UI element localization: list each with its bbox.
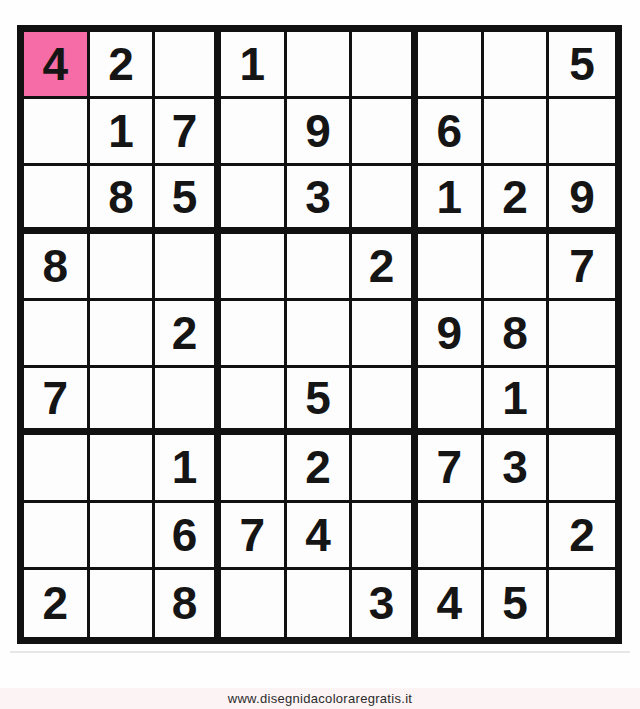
cell-r3c7[interactable]: 1 — [418, 166, 484, 233]
watermark-text: www.disegnidacoloraregratis.it — [228, 691, 413, 706]
cell-r3c8[interactable]: 2 — [484, 166, 550, 233]
cell-r6c9[interactable] — [549, 368, 615, 435]
cell-r5c3[interactable]: 2 — [155, 301, 221, 368]
cell-r9c7[interactable]: 4 — [418, 570, 484, 637]
cell-r6c2[interactable] — [90, 368, 156, 435]
cell-r7c3[interactable]: 1 — [155, 435, 221, 502]
cell-r9c1[interactable]: 2 — [24, 570, 90, 637]
cell-r2c5[interactable]: 9 — [287, 99, 353, 166]
cell-r2c2[interactable]: 1 — [90, 99, 156, 166]
cell-r3c4[interactable] — [221, 166, 287, 233]
cell-r2c7[interactable]: 6 — [418, 99, 484, 166]
cell-r8c3[interactable]: 6 — [155, 503, 221, 570]
cell-r2c3[interactable]: 7 — [155, 99, 221, 166]
cell-r8c6[interactable] — [352, 503, 418, 570]
cell-r8c2[interactable] — [90, 503, 156, 570]
cell-r1c9[interactable]: 5 — [549, 32, 615, 99]
cell-r3c3[interactable]: 5 — [155, 166, 221, 233]
cell-r3c2[interactable]: 8 — [90, 166, 156, 233]
cell-r8c1[interactable] — [24, 503, 90, 570]
cell-r5c8[interactable]: 8 — [484, 301, 550, 368]
cell-r6c4[interactable] — [221, 368, 287, 435]
cell-r7c5[interactable]: 2 — [287, 435, 353, 502]
cell-r9c3[interactable]: 8 — [155, 570, 221, 637]
cell-r4c8[interactable] — [484, 234, 550, 301]
sudoku-board: 421517968531298272987511273674228345 — [17, 25, 622, 644]
cell-r5c1[interactable] — [24, 301, 90, 368]
watermark-band: www.disegnidacoloraregratis.it — [0, 688, 640, 709]
cell-r2c1[interactable] — [24, 99, 90, 166]
cell-r1c8[interactable] — [484, 32, 550, 99]
cell-r5c2[interactable] — [90, 301, 156, 368]
cell-r2c9[interactable] — [549, 99, 615, 166]
cell-r7c4[interactable] — [221, 435, 287, 502]
cell-r3c5[interactable]: 3 — [287, 166, 353, 233]
cell-r4c1[interactable]: 8 — [24, 234, 90, 301]
cell-r5c6[interactable] — [352, 301, 418, 368]
cell-r7c6[interactable] — [352, 435, 418, 502]
cell-r9c2[interactable] — [90, 570, 156, 637]
cell-r7c9[interactable] — [549, 435, 615, 502]
cell-r3c6[interactable] — [352, 166, 418, 233]
cell-r5c7[interactable]: 9 — [418, 301, 484, 368]
cell-r6c8[interactable]: 1 — [484, 368, 550, 435]
cell-r5c9[interactable] — [549, 301, 615, 368]
cell-r9c8[interactable]: 5 — [484, 570, 550, 637]
cell-r4c7[interactable] — [418, 234, 484, 301]
cell-r2c4[interactable] — [221, 99, 287, 166]
cell-r1c1[interactable]: 4 — [24, 32, 90, 99]
cell-r7c1[interactable] — [24, 435, 90, 502]
cell-r3c9[interactable]: 9 — [549, 166, 615, 233]
cell-r6c6[interactable] — [352, 368, 418, 435]
cell-r2c6[interactable] — [352, 99, 418, 166]
cell-r1c7[interactable] — [418, 32, 484, 99]
board-shadow-line — [10, 651, 630, 653]
cell-r4c4[interactable] — [221, 234, 287, 301]
cell-r4c5[interactable] — [287, 234, 353, 301]
cell-r5c4[interactable] — [221, 301, 287, 368]
cell-r9c4[interactable] — [221, 570, 287, 637]
page: 421517968531298272987511273674228345 www… — [0, 0, 640, 709]
cell-r4c6[interactable]: 2 — [352, 234, 418, 301]
cell-r6c7[interactable] — [418, 368, 484, 435]
cell-r1c6[interactable] — [352, 32, 418, 99]
cell-r9c5[interactable] — [287, 570, 353, 637]
cell-r1c3[interactable] — [155, 32, 221, 99]
cell-r2c8[interactable] — [484, 99, 550, 166]
cell-r9c9[interactable] — [549, 570, 615, 637]
cell-r1c2[interactable]: 2 — [90, 32, 156, 99]
cell-r1c5[interactable] — [287, 32, 353, 99]
cell-r4c2[interactable] — [90, 234, 156, 301]
cell-r4c9[interactable]: 7 — [549, 234, 615, 301]
cell-r6c1[interactable]: 7 — [24, 368, 90, 435]
cell-r8c5[interactable]: 4 — [287, 503, 353, 570]
cell-r4c3[interactable] — [155, 234, 221, 301]
cell-r7c2[interactable] — [90, 435, 156, 502]
cell-r7c7[interactable]: 7 — [418, 435, 484, 502]
cell-r1c4[interactable]: 1 — [221, 32, 287, 99]
cell-r6c5[interactable]: 5 — [287, 368, 353, 435]
cell-r3c1[interactable] — [24, 166, 90, 233]
cell-r8c4[interactable]: 7 — [221, 503, 287, 570]
cell-r9c6[interactable]: 3 — [352, 570, 418, 637]
cell-r7c8[interactable]: 3 — [484, 435, 550, 502]
cell-r5c5[interactable] — [287, 301, 353, 368]
cell-r8c7[interactable] — [418, 503, 484, 570]
cell-r6c3[interactable] — [155, 368, 221, 435]
cell-r8c9[interactable]: 2 — [549, 503, 615, 570]
cell-r8c8[interactable] — [484, 503, 550, 570]
